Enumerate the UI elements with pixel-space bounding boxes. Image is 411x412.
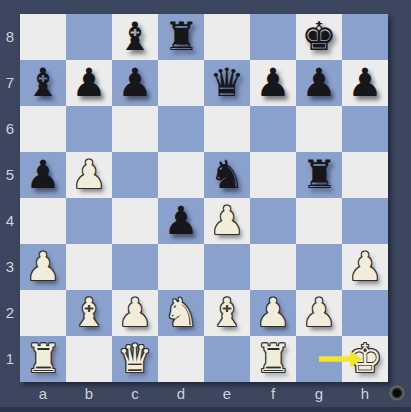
chess-board: ♝♜♚♝♟♟♛♟♟♟♟♟♞♜♟♟♟♟♝♟♞♝♟♟♜♛♜♚: [20, 14, 388, 382]
square-h5[interactable]: [342, 152, 388, 198]
square-h3[interactable]: ♟: [342, 244, 388, 290]
black-bishop[interactable]: ♝: [20, 60, 66, 106]
white-pawn[interactable]: ♟: [112, 290, 158, 336]
rank-label-5: 5: [0, 152, 20, 198]
square-h6[interactable]: [342, 106, 388, 152]
file-label-c: c: [112, 383, 158, 405]
black-queen[interactable]: ♛: [204, 60, 250, 106]
square-e4[interactable]: ♟: [204, 198, 250, 244]
square-g8[interactable]: ♚: [296, 14, 342, 60]
square-c6[interactable]: [112, 106, 158, 152]
square-b2[interactable]: ♝: [66, 290, 112, 336]
file-label-g: g: [296, 383, 342, 405]
square-d8[interactable]: ♜: [158, 14, 204, 60]
square-f2[interactable]: ♟: [250, 290, 296, 336]
square-c5[interactable]: [112, 152, 158, 198]
square-c8[interactable]: ♝: [112, 14, 158, 60]
white-queen[interactable]: ♛: [112, 336, 158, 382]
square-g4[interactable]: [296, 198, 342, 244]
square-g5[interactable]: ♜: [296, 152, 342, 198]
square-g6[interactable]: [296, 106, 342, 152]
square-a5[interactable]: ♟: [20, 152, 66, 198]
white-pawn[interactable]: ♟: [296, 290, 342, 336]
square-g3[interactable]: [296, 244, 342, 290]
rank-label-3: 3: [0, 244, 20, 290]
white-pawn[interactable]: ♟: [20, 244, 66, 290]
square-b4[interactable]: [66, 198, 112, 244]
square-a3[interactable]: ♟: [20, 244, 66, 290]
square-e1[interactable]: [204, 336, 250, 382]
rank-label-7: 7: [0, 60, 20, 106]
white-king[interactable]: ♚: [342, 336, 388, 382]
square-e3[interactable]: [204, 244, 250, 290]
rank-label-6: 6: [0, 106, 20, 152]
white-bishop[interactable]: ♝: [66, 290, 112, 336]
square-a7[interactable]: ♝: [20, 60, 66, 106]
file-label-b: b: [66, 383, 112, 405]
square-h2[interactable]: [342, 290, 388, 336]
square-a1[interactable]: ♜: [20, 336, 66, 382]
white-pawn[interactable]: ♟: [342, 244, 388, 290]
square-d3[interactable]: [158, 244, 204, 290]
square-a2[interactable]: [20, 290, 66, 336]
square-f7[interactable]: ♟: [250, 60, 296, 106]
black-knight[interactable]: ♞: [204, 152, 250, 198]
square-d2[interactable]: ♞: [158, 290, 204, 336]
file-labels: abcdefgh: [20, 383, 388, 405]
square-b5[interactable]: ♟: [66, 152, 112, 198]
square-f1[interactable]: ♜: [250, 336, 296, 382]
square-f3[interactable]: [250, 244, 296, 290]
black-pawn[interactable]: ♟: [66, 60, 112, 106]
record-dot-icon[interactable]: [389, 385, 405, 401]
square-b8[interactable]: [66, 14, 112, 60]
square-d5[interactable]: [158, 152, 204, 198]
rank-label-1: 1: [0, 336, 20, 382]
black-bishop[interactable]: ♝: [112, 14, 158, 60]
white-knight[interactable]: ♞: [158, 290, 204, 336]
square-e6[interactable]: [204, 106, 250, 152]
square-a8[interactable]: [20, 14, 66, 60]
square-f6[interactable]: [250, 106, 296, 152]
square-e2[interactable]: ♝: [204, 290, 250, 336]
square-a4[interactable]: [20, 198, 66, 244]
square-e7[interactable]: ♛: [204, 60, 250, 106]
square-h4[interactable]: [342, 198, 388, 244]
white-pawn[interactable]: ♟: [66, 152, 112, 198]
square-g1[interactable]: [296, 336, 342, 382]
square-f4[interactable]: [250, 198, 296, 244]
square-c7[interactable]: ♟: [112, 60, 158, 106]
white-rook[interactable]: ♜: [20, 336, 66, 382]
square-h8[interactable]: [342, 14, 388, 60]
square-c2[interactable]: ♟: [112, 290, 158, 336]
black-pawn[interactable]: ♟: [296, 60, 342, 106]
white-pawn[interactable]: ♟: [250, 290, 296, 336]
rank-label-2: 2: [0, 290, 20, 336]
square-b1[interactable]: [66, 336, 112, 382]
file-label-e: e: [204, 383, 250, 405]
white-bishop[interactable]: ♝: [204, 290, 250, 336]
square-b7[interactable]: ♟: [66, 60, 112, 106]
square-f5[interactable]: [250, 152, 296, 198]
rank-label-8: 8: [0, 14, 20, 60]
bottom-edge-shade: [0, 407, 411, 412]
square-d4[interactable]: ♟: [158, 198, 204, 244]
square-c1[interactable]: ♛: [112, 336, 158, 382]
file-label-h: h: [342, 383, 388, 405]
black-rook[interactable]: ♜: [296, 152, 342, 198]
square-d7[interactable]: [158, 60, 204, 106]
black-king[interactable]: ♚: [296, 14, 342, 60]
rank-label-4: 4: [0, 198, 20, 244]
file-label-d: d: [158, 383, 204, 405]
white-rook[interactable]: ♜: [250, 336, 296, 382]
file-label-f: f: [250, 383, 296, 405]
square-a6[interactable]: [20, 106, 66, 152]
square-c4[interactable]: [112, 198, 158, 244]
black-rook[interactable]: ♜: [158, 14, 204, 60]
square-d6[interactable]: [158, 106, 204, 152]
square-c3[interactable]: [112, 244, 158, 290]
black-pawn[interactable]: ♟: [250, 60, 296, 106]
square-h7[interactable]: ♟: [342, 60, 388, 106]
square-f8[interactable]: [250, 14, 296, 60]
square-e8[interactable]: [204, 14, 250, 60]
white-pawn[interactable]: ♟: [204, 198, 250, 244]
square-e5[interactable]: ♞: [204, 152, 250, 198]
black-pawn[interactable]: ♟: [20, 152, 66, 198]
square-g2[interactable]: ♟: [296, 290, 342, 336]
rank-labels: 87654321: [0, 14, 20, 382]
square-g7[interactable]: ♟: [296, 60, 342, 106]
square-b6[interactable]: [66, 106, 112, 152]
chess-board-panel: 87654321 ♝♜♚♝♟♟♛♟♟♟♟♟♞♜♟♟♟♟♝♟♞♝♟♟♜♛♜♚ ab…: [0, 0, 411, 412]
black-pawn[interactable]: ♟: [342, 60, 388, 106]
square-d1[interactable]: [158, 336, 204, 382]
file-label-a: a: [20, 383, 66, 405]
square-h1[interactable]: ♚: [342, 336, 388, 382]
black-pawn[interactable]: ♟: [112, 60, 158, 106]
square-b3[interactable]: [66, 244, 112, 290]
black-pawn[interactable]: ♟: [158, 198, 204, 244]
